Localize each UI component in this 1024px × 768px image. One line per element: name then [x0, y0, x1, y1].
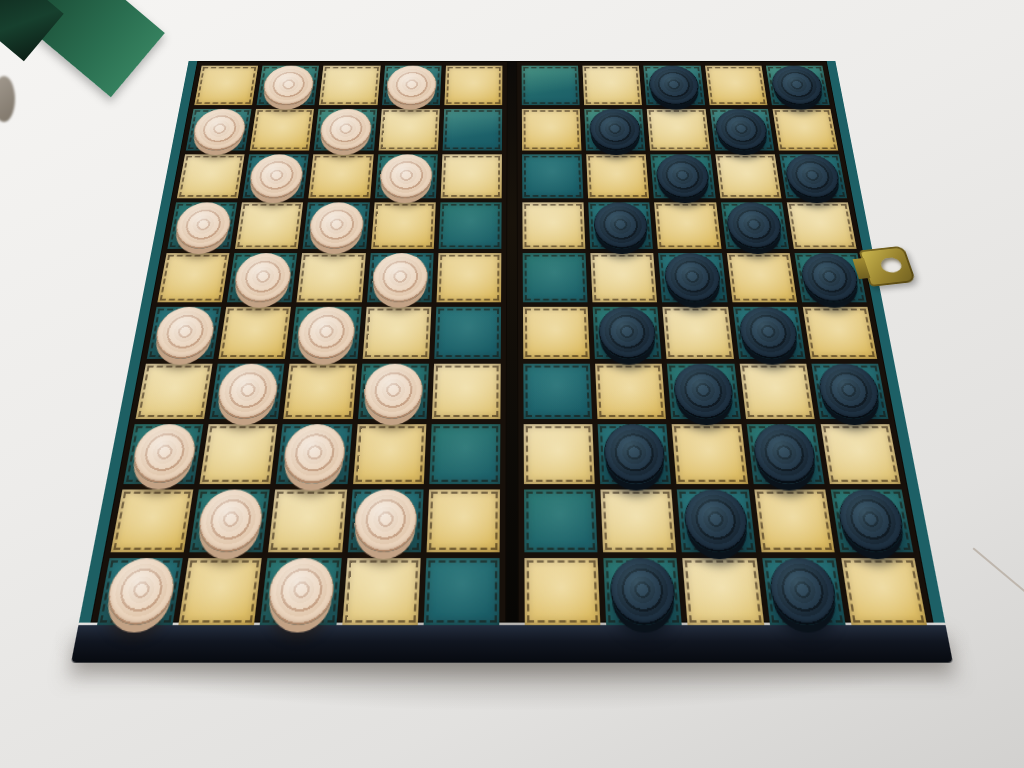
dark-piece[interactable] — [682, 489, 750, 552]
dark-piece[interactable] — [835, 489, 908, 552]
square-h8[interactable] — [651, 154, 716, 198]
square-h4[interactable] — [667, 364, 740, 419]
square-h6[interactable] — [659, 253, 728, 302]
square-a5[interactable] — [147, 307, 222, 359]
square-g5[interactable] — [593, 307, 662, 359]
square-a10[interactable] — [194, 66, 258, 106]
square-e4[interactable] — [432, 364, 501, 419]
dark-piece[interactable] — [714, 109, 770, 151]
square-i1[interactable] — [762, 558, 846, 625]
dark-piece[interactable] — [672, 364, 736, 419]
square-e1[interactable] — [423, 558, 499, 625]
square-i9[interactable] — [710, 109, 774, 151]
square-d7[interactable] — [371, 203, 436, 250]
square-a8[interactable] — [177, 154, 245, 198]
square-j1[interactable] — [841, 558, 927, 625]
square-a4[interactable] — [135, 364, 212, 419]
light-piece[interactable] — [151, 307, 216, 359]
square-f3[interactable] — [524, 425, 595, 484]
square-d1[interactable] — [342, 558, 421, 625]
square-c1[interactable] — [260, 558, 341, 625]
light-piece[interactable] — [102, 558, 178, 625]
light-piece[interactable] — [247, 154, 305, 198]
square-g10[interactable] — [583, 66, 643, 106]
square-g3[interactable] — [598, 425, 671, 484]
square-h5[interactable] — [663, 307, 734, 359]
brass-clasp — [859, 246, 917, 287]
square-b9[interactable] — [250, 109, 314, 151]
square-c9[interactable] — [314, 109, 377, 151]
light-piece[interactable] — [261, 66, 316, 106]
square-e2[interactable] — [426, 489, 500, 552]
dark-piece[interactable] — [597, 307, 657, 359]
square-e8[interactable] — [440, 154, 501, 198]
dark-piece[interactable] — [767, 558, 840, 625]
square-f5[interactable] — [523, 307, 590, 359]
light-piece[interactable] — [266, 558, 337, 625]
square-b2[interactable] — [190, 489, 271, 552]
square-c6[interactable] — [297, 253, 366, 302]
square-i2[interactable] — [754, 489, 835, 552]
square-a1[interactable] — [97, 558, 183, 625]
square-h1[interactable] — [683, 558, 764, 625]
background-gray-object — [0, 76, 15, 122]
light-piece[interactable] — [386, 66, 438, 106]
square-e6[interactable] — [436, 253, 501, 302]
square-a9[interactable] — [186, 109, 252, 151]
dark-piece[interactable] — [816, 364, 884, 419]
board-left-half — [79, 61, 508, 622]
square-e10[interactable] — [444, 66, 502, 106]
square-j2[interactable] — [830, 489, 913, 552]
square-d8[interactable] — [375, 154, 438, 198]
light-piece[interactable] — [281, 425, 347, 484]
square-b6[interactable] — [227, 253, 297, 302]
square-b10[interactable] — [257, 66, 320, 106]
square-j10[interactable] — [766, 66, 830, 106]
square-i5[interactable] — [733, 307, 806, 359]
square-h2[interactable] — [677, 489, 755, 552]
board-front-edge — [71, 625, 953, 663]
square-f1[interactable] — [524, 558, 600, 625]
square-g1[interactable] — [604, 558, 683, 625]
square-c10[interactable] — [319, 66, 380, 106]
dark-piece[interactable] — [609, 558, 677, 625]
square-b3[interactable] — [200, 425, 278, 484]
dark-piece[interactable] — [737, 307, 801, 359]
light-piece[interactable] — [353, 489, 419, 552]
square-i10[interactable] — [705, 66, 768, 106]
dark-piece[interactable] — [603, 425, 667, 484]
light-piece[interactable] — [362, 364, 424, 419]
square-c3[interactable] — [276, 425, 352, 484]
square-e3[interactable] — [429, 425, 500, 484]
square-g2[interactable] — [601, 489, 677, 552]
square-j3[interactable] — [821, 425, 901, 484]
square-g6[interactable] — [591, 253, 658, 302]
light-piece[interactable] — [195, 489, 265, 552]
square-b7[interactable] — [235, 203, 303, 250]
light-piece[interactable] — [307, 203, 365, 250]
square-d4[interactable] — [358, 364, 429, 419]
square-d6[interactable] — [367, 253, 434, 302]
square-b4[interactable] — [209, 364, 284, 419]
square-j4[interactable] — [811, 364, 888, 419]
square-c4[interactable] — [284, 364, 357, 419]
dark-piece[interactable] — [783, 154, 842, 198]
square-a3[interactable] — [123, 425, 203, 484]
square-j5[interactable] — [803, 307, 878, 359]
dark-piece[interactable] — [751, 425, 819, 484]
square-f6[interactable] — [523, 253, 588, 302]
square-c8[interactable] — [309, 154, 374, 198]
square-h10[interactable] — [644, 66, 705, 106]
square-c5[interactable] — [290, 307, 361, 359]
square-i7[interactable] — [721, 203, 789, 250]
square-j8[interactable] — [779, 154, 847, 198]
right-half-grid — [522, 66, 926, 616]
square-b1[interactable] — [179, 558, 263, 625]
square-i8[interactable] — [715, 154, 781, 198]
board-surface — [79, 61, 945, 622]
square-g8[interactable] — [586, 154, 649, 198]
square-b5[interactable] — [219, 307, 292, 359]
board-right-half — [516, 61, 945, 622]
square-f9[interactable] — [522, 109, 582, 151]
light-piece[interactable] — [318, 109, 373, 151]
square-f10[interactable] — [522, 66, 580, 106]
square-d9[interactable] — [378, 109, 439, 151]
light-piece[interactable] — [295, 307, 357, 359]
square-h3[interactable] — [672, 425, 748, 484]
square-j7[interactable] — [787, 203, 857, 250]
square-i6[interactable] — [726, 253, 796, 302]
square-f8[interactable] — [522, 154, 583, 198]
light-piece[interactable] — [371, 253, 429, 302]
dark-piece[interactable] — [770, 66, 826, 106]
square-g9[interactable] — [584, 109, 645, 151]
square-i3[interactable] — [746, 425, 824, 484]
dark-piece[interactable] — [663, 253, 723, 302]
square-e7[interactable] — [438, 203, 501, 250]
square-g7[interactable] — [588, 203, 653, 250]
light-piece[interactable] — [379, 154, 434, 198]
left-half-grid — [99, 66, 503, 616]
square-d3[interactable] — [353, 425, 426, 484]
square-h9[interactable] — [647, 109, 710, 151]
square-e9[interactable] — [442, 109, 502, 151]
square-i4[interactable] — [739, 364, 814, 419]
photo-scene — [0, 0, 1024, 768]
square-d5[interactable] — [362, 307, 431, 359]
draughts-board — [72, 61, 953, 660]
table-edge-line — [973, 547, 1024, 610]
dark-piece[interactable] — [648, 66, 701, 106]
square-j9[interactable] — [772, 109, 838, 151]
square-b8[interactable] — [243, 154, 309, 198]
square-c7[interactable] — [303, 203, 370, 250]
dark-piece[interactable] — [593, 203, 649, 250]
square-a7[interactable] — [167, 203, 237, 250]
square-a2[interactable] — [111, 489, 194, 552]
square-a6[interactable] — [157, 253, 229, 302]
dark-piece[interactable] — [725, 203, 785, 250]
light-piece[interactable] — [172, 203, 233, 250]
light-piece[interactable] — [128, 425, 198, 484]
square-h7[interactable] — [654, 203, 721, 250]
square-c2[interactable] — [269, 489, 347, 552]
square-d10[interactable] — [382, 66, 442, 106]
square-f7[interactable] — [522, 203, 585, 250]
square-f4[interactable] — [523, 364, 592, 419]
square-e5[interactable] — [434, 307, 501, 359]
square-f2[interactable] — [524, 489, 598, 552]
light-piece[interactable] — [232, 253, 294, 302]
square-g4[interactable] — [595, 364, 666, 419]
dark-piece[interactable] — [655, 154, 711, 198]
light-piece[interactable] — [214, 364, 280, 419]
square-d2[interactable] — [347, 489, 423, 552]
light-piece[interactable] — [190, 109, 248, 151]
dark-piece[interactable] — [588, 109, 641, 151]
